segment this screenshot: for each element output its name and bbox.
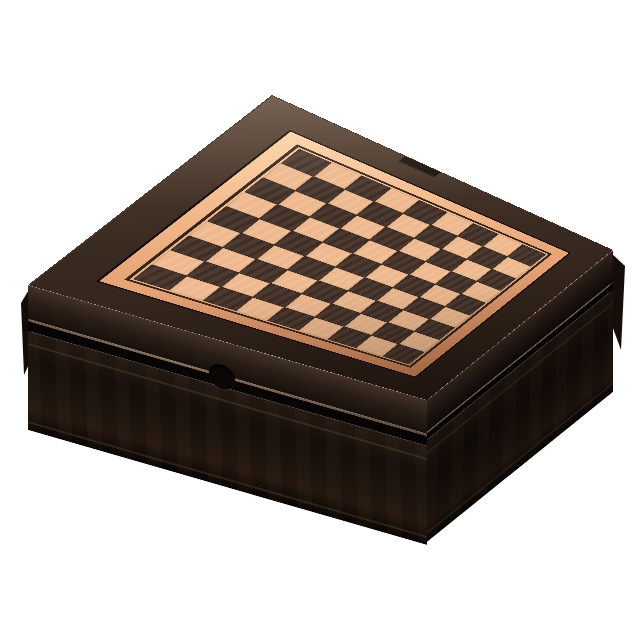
chess-box-photo: Dark espresso wooden game box with an in… bbox=[0, 0, 640, 640]
chessboard bbox=[133, 149, 546, 365]
lid-lift-notch bbox=[399, 156, 441, 177]
